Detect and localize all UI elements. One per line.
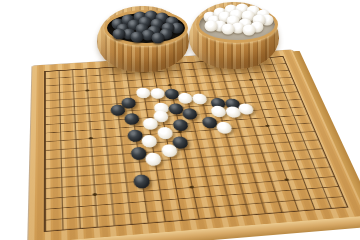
white-bowl-opening (196, 6, 278, 43)
star-point (168, 84, 172, 86)
white-stone[interactable] (177, 93, 194, 105)
star-point (85, 89, 89, 91)
star-point (265, 125, 270, 128)
black-stone[interactable] (181, 108, 198, 120)
white-stone[interactable] (141, 134, 158, 147)
white-stone[interactable] (145, 152, 163, 166)
black-stone[interactable] (112, 28, 125, 39)
white-stone[interactable] (191, 93, 208, 105)
star-point (249, 79, 253, 81)
star-point (92, 193, 97, 196)
black-bowl-opening (104, 10, 187, 46)
white-stone[interactable] (136, 87, 152, 98)
black-stone-bowl[interactable] (97, 6, 189, 72)
go-board[interactable] (28, 50, 360, 240)
white-stone[interactable] (204, 21, 217, 32)
black-stone[interactable] (130, 31, 143, 42)
white-stone[interactable] (221, 24, 234, 35)
black-stone[interactable] (124, 113, 140, 125)
white-stone[interactable] (157, 127, 174, 140)
star-point (189, 186, 194, 189)
star-point (285, 179, 290, 182)
white-stone-bowl[interactable] (189, 2, 279, 69)
board-grid[interactable] (44, 56, 349, 232)
black-stone[interactable] (111, 104, 127, 116)
black-stone[interactable] (172, 119, 189, 132)
white-stone[interactable] (150, 88, 166, 99)
go-set-photo (0, 0, 360, 240)
star-point (88, 137, 92, 140)
white-stone[interactable] (215, 121, 233, 134)
go-board-3d (28, 50, 360, 240)
black-stone[interactable] (133, 174, 151, 189)
white-stone[interactable] (209, 106, 227, 118)
white-stone[interactable] (243, 24, 256, 35)
black-stone[interactable] (152, 32, 165, 43)
